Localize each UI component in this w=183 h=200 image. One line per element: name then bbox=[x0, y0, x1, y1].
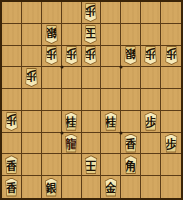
square-5g[interactable] bbox=[82, 133, 102, 155]
square-9i[interactable]: 香 bbox=[2, 176, 22, 198]
hoshi-dot bbox=[120, 66, 123, 69]
square-4h[interactable] bbox=[101, 154, 121, 176]
gote-silver-piece[interactable]: 銀 bbox=[122, 46, 139, 65]
square-6h[interactable] bbox=[62, 154, 82, 176]
square-3b[interactable] bbox=[121, 24, 141, 46]
sente-lance-piece[interactable]: 香 bbox=[122, 134, 139, 153]
gote-pawn-piece[interactable]: 歩 bbox=[82, 46, 99, 65]
hoshi-dot bbox=[60, 66, 63, 69]
square-8e[interactable] bbox=[22, 89, 42, 111]
square-8b[interactable] bbox=[22, 24, 42, 46]
square-1h[interactable] bbox=[161, 154, 181, 176]
square-1d[interactable] bbox=[161, 67, 181, 89]
square-1g[interactable]: 歩 bbox=[161, 133, 181, 155]
square-8a[interactable] bbox=[22, 2, 42, 24]
square-2c[interactable]: 歩 bbox=[141, 46, 161, 68]
piece-face: 銀 bbox=[44, 179, 59, 196]
square-2a[interactable] bbox=[141, 2, 161, 24]
square-1a[interactable] bbox=[161, 2, 181, 24]
piece-kanji: 銀 bbox=[125, 49, 137, 61]
sente-knight-piece[interactable]: 桂 bbox=[63, 112, 80, 131]
piece-face: 歩 bbox=[64, 47, 79, 64]
piece-kanji: 香 bbox=[5, 160, 17, 172]
square-9f[interactable]: 歩 bbox=[2, 111, 22, 133]
square-7d[interactable] bbox=[42, 67, 62, 89]
piece-face: 歩 bbox=[143, 113, 158, 130]
square-2i[interactable] bbox=[141, 176, 161, 198]
square-3d[interactable] bbox=[121, 67, 141, 89]
piece-face: 角 bbox=[123, 156, 138, 173]
square-4f[interactable]: 桂 bbox=[101, 111, 121, 133]
square-7i[interactable]: 銀 bbox=[42, 176, 62, 198]
piece-kanji: 香 bbox=[125, 138, 137, 150]
square-8g[interactable] bbox=[22, 133, 42, 155]
piece-face: 歩 bbox=[143, 47, 158, 64]
piece-face: 歩 bbox=[44, 47, 59, 64]
square-2b[interactable] bbox=[141, 24, 161, 46]
piece-kanji: 歩 bbox=[45, 49, 57, 61]
piece-kanji: 歩 bbox=[145, 116, 157, 128]
square-2h[interactable] bbox=[141, 154, 161, 176]
square-2e[interactable] bbox=[141, 89, 161, 111]
piece-kanji: 桂 bbox=[65, 116, 77, 128]
sente-pawn-piece[interactable]: 歩 bbox=[163, 134, 180, 153]
piece-face: 香 bbox=[123, 135, 138, 152]
sente-king-piece[interactable]: 王 bbox=[82, 155, 99, 174]
piece-face: 歩 bbox=[24, 69, 39, 86]
piece-kanji: 歩 bbox=[165, 49, 177, 61]
square-9h[interactable]: 香 bbox=[2, 154, 22, 176]
gote-pawn-piece[interactable]: 歩 bbox=[82, 3, 99, 22]
piece-kanji: 玉 bbox=[85, 27, 97, 39]
piece-kanji: 歩 bbox=[85, 5, 97, 17]
piece-kanji: 歩 bbox=[85, 49, 97, 61]
square-6e[interactable] bbox=[62, 89, 82, 111]
piece-kanji: 角 bbox=[125, 160, 137, 172]
piece-kanji: 歩 bbox=[5, 114, 17, 126]
piece-face: 桂 bbox=[64, 113, 79, 130]
square-3c[interactable]: 銀 bbox=[121, 46, 141, 68]
gote-pawn-piece[interactable]: 歩 bbox=[63, 46, 80, 65]
piece-kanji: 銀 bbox=[45, 27, 57, 39]
sente-knight-piece[interactable]: 桂 bbox=[102, 112, 119, 131]
square-3f[interactable] bbox=[121, 111, 141, 133]
piece-face: 歩 bbox=[164, 135, 179, 152]
square-1b[interactable] bbox=[161, 24, 181, 46]
square-5c[interactable]: 歩 bbox=[82, 46, 102, 68]
sente-bishop-piece[interactable]: 角 bbox=[122, 155, 139, 174]
piece-face: 桂 bbox=[103, 113, 118, 130]
gote-pawn-piece[interactable]: 歩 bbox=[23, 68, 40, 87]
square-6f[interactable]: 桂 bbox=[62, 111, 82, 133]
square-3e[interactable] bbox=[121, 89, 141, 111]
gote-pawn-piece[interactable]: 歩 bbox=[163, 46, 180, 65]
gote-silver-piece[interactable]: 銀 bbox=[43, 25, 60, 44]
sente-gold-piece[interactable]: 金 bbox=[102, 178, 119, 197]
hoshi-dot bbox=[120, 131, 123, 134]
square-7h[interactable] bbox=[42, 154, 62, 176]
square-3h[interactable]: 角 bbox=[121, 154, 141, 176]
square-9c[interactable] bbox=[2, 46, 22, 68]
piece-kanji: 歩 bbox=[65, 49, 77, 61]
square-7b[interactable]: 銀 bbox=[42, 24, 62, 46]
square-6c[interactable]: 歩 bbox=[62, 46, 82, 68]
square-4g[interactable] bbox=[101, 133, 121, 155]
piece-face: 歩 bbox=[164, 47, 179, 64]
square-9g[interactable] bbox=[2, 133, 22, 155]
square-5a[interactable]: 歩 bbox=[82, 2, 102, 24]
square-6d[interactable] bbox=[62, 67, 82, 89]
square-5f[interactable] bbox=[82, 111, 102, 133]
square-5h[interactable]: 王 bbox=[82, 154, 102, 176]
piece-face: 歩 bbox=[4, 113, 19, 130]
piece-kanji: 歩 bbox=[145, 49, 157, 61]
shogi-app: 歩銀玉歩歩歩銀歩歩歩歩桂桂歩龍香歩香王角香銀金 bbox=[0, 0, 183, 200]
square-9a[interactable] bbox=[2, 2, 22, 24]
square-4c[interactable] bbox=[101, 46, 121, 68]
square-5i[interactable] bbox=[82, 176, 102, 198]
sente-lance-piece[interactable]: 香 bbox=[3, 178, 20, 197]
piece-kanji: 桂 bbox=[105, 116, 117, 128]
square-7e[interactable] bbox=[42, 89, 62, 111]
square-9e[interactable] bbox=[2, 89, 22, 111]
piece-face: 銀 bbox=[44, 26, 59, 43]
square-2f[interactable]: 歩 bbox=[141, 111, 161, 133]
square-6i[interactable] bbox=[62, 176, 82, 198]
square-3a[interactable] bbox=[121, 2, 141, 24]
piece-face: 歩 bbox=[83, 4, 98, 21]
piece-kanji: 銀 bbox=[45, 182, 57, 194]
square-5d[interactable] bbox=[82, 67, 102, 89]
square-1c[interactable]: 歩 bbox=[161, 46, 181, 68]
square-4b[interactable] bbox=[101, 24, 121, 46]
shogi-board: 歩銀玉歩歩歩銀歩歩歩歩桂桂歩龍香歩香王角香銀金 bbox=[0, 0, 183, 200]
gote-pawn-piece[interactable]: 歩 bbox=[3, 112, 20, 131]
square-5e[interactable] bbox=[82, 89, 102, 111]
piece-face: 香 bbox=[4, 156, 19, 173]
square-8h[interactable] bbox=[22, 154, 42, 176]
square-4a[interactable] bbox=[101, 2, 121, 24]
gote-pawn-piece[interactable]: 歩 bbox=[142, 46, 159, 65]
square-1i[interactable] bbox=[161, 176, 181, 198]
piece-kanji: 香 bbox=[5, 182, 17, 194]
piece-kanji: 王 bbox=[85, 160, 97, 172]
piece-kanji: 龍 bbox=[65, 138, 77, 150]
square-1f[interactable] bbox=[161, 111, 181, 133]
square-6a[interactable] bbox=[62, 2, 82, 24]
piece-kanji: 金 bbox=[105, 182, 117, 194]
sente-pawn-piece[interactable]: 歩 bbox=[142, 112, 159, 131]
piece-kanji: 歩 bbox=[165, 138, 177, 150]
square-5b[interactable]: 玉 bbox=[82, 24, 102, 46]
square-2g[interactable] bbox=[141, 133, 161, 155]
sente-promoted-rook-piece[interactable]: 龍 bbox=[63, 134, 80, 153]
square-8d[interactable]: 歩 bbox=[22, 67, 42, 89]
square-9d[interactable] bbox=[2, 67, 22, 89]
square-3i[interactable] bbox=[121, 176, 141, 198]
square-1e[interactable] bbox=[161, 89, 181, 111]
gote-pawn-piece[interactable]: 歩 bbox=[43, 46, 60, 65]
piece-face: 歩 bbox=[83, 47, 98, 64]
square-6b[interactable] bbox=[62, 24, 82, 46]
piece-face: 玉 bbox=[83, 26, 98, 43]
square-4i[interactable]: 金 bbox=[101, 176, 121, 198]
piece-face: 銀 bbox=[123, 47, 138, 64]
square-9b[interactable] bbox=[2, 24, 22, 46]
square-8c[interactable] bbox=[22, 46, 42, 68]
piece-face: 王 bbox=[83, 156, 98, 173]
piece-face: 香 bbox=[4, 179, 19, 196]
square-6g[interactable]: 龍 bbox=[62, 133, 82, 155]
square-3g[interactable]: 香 bbox=[121, 133, 141, 155]
piece-kanji: 歩 bbox=[25, 71, 37, 83]
square-2d[interactable] bbox=[141, 67, 161, 89]
square-8i[interactable] bbox=[22, 176, 42, 198]
sente-silver-piece[interactable]: 銀 bbox=[43, 178, 60, 197]
hoshi-dot bbox=[60, 131, 63, 134]
square-4e[interactable] bbox=[101, 89, 121, 111]
square-7f[interactable] bbox=[42, 111, 62, 133]
piece-face: 龍 bbox=[64, 135, 79, 152]
gote-king-piece[interactable]: 玉 bbox=[82, 25, 99, 44]
sente-lance-piece[interactable]: 香 bbox=[3, 155, 20, 174]
piece-face: 金 bbox=[103, 179, 118, 196]
square-7a[interactable] bbox=[42, 2, 62, 24]
square-7g[interactable] bbox=[42, 133, 62, 155]
square-7c[interactable]: 歩 bbox=[42, 46, 62, 68]
square-4d[interactable] bbox=[101, 67, 121, 89]
square-8f[interactable] bbox=[22, 111, 42, 133]
